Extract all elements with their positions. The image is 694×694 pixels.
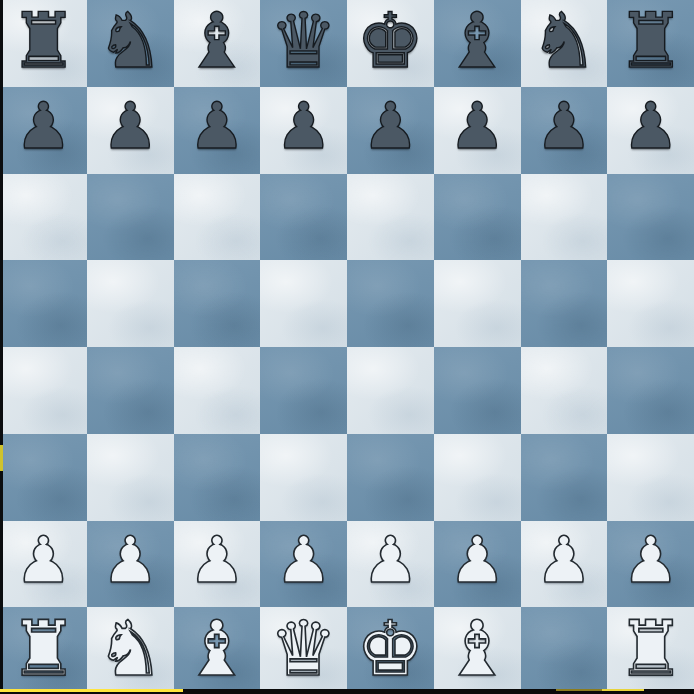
square-b6[interactable]	[87, 174, 174, 261]
screen-edge-artifact-bottom-yellow-left	[0, 689, 183, 692]
square-d3[interactable]	[260, 434, 347, 521]
white-pawn[interactable]: ♟	[622, 528, 679, 592]
square-a4[interactable]	[0, 347, 87, 434]
square-g1[interactable]	[521, 607, 608, 694]
square-d6[interactable]	[260, 174, 347, 261]
square-h4[interactable]	[607, 347, 694, 434]
square-f7[interactable]: ♟	[434, 87, 521, 174]
square-b7[interactable]: ♟	[87, 87, 174, 174]
square-f2[interactable]: ♟	[434, 521, 521, 608]
square-f1[interactable]: ♝	[434, 607, 521, 694]
white-pawn[interactable]: ♟	[275, 528, 332, 592]
black-rook[interactable]: ♜	[617, 3, 685, 79]
white-queen[interactable]: ♛	[270, 611, 338, 687]
square-h8[interactable]: ♜	[607, 0, 694, 87]
black-pawn[interactable]: ♟	[448, 94, 505, 158]
square-e7[interactable]: ♟	[347, 87, 434, 174]
screen-edge-artifact-bottom-yellow-dim	[556, 689, 602, 691]
square-e6[interactable]	[347, 174, 434, 261]
square-d1[interactable]: ♛	[260, 607, 347, 694]
square-f3[interactable]	[434, 434, 521, 521]
square-b5[interactable]	[87, 260, 174, 347]
square-h7[interactable]: ♟	[607, 87, 694, 174]
square-c8[interactable]: ♝	[174, 0, 261, 87]
square-e3[interactable]	[347, 434, 434, 521]
black-pawn[interactable]: ♟	[101, 94, 158, 158]
white-pawn[interactable]: ♟	[188, 528, 245, 592]
square-h6[interactable]	[607, 174, 694, 261]
square-g3[interactable]	[521, 434, 608, 521]
square-g5[interactable]	[521, 260, 608, 347]
square-a8[interactable]: ♜	[0, 0, 87, 87]
white-bishop[interactable]: ♝	[183, 611, 251, 687]
square-h1[interactable]: ♜	[607, 607, 694, 694]
square-b1[interactable]: ♞	[87, 607, 174, 694]
square-a7[interactable]: ♟	[0, 87, 87, 174]
square-e4[interactable]	[347, 347, 434, 434]
black-pawn[interactable]: ♟	[275, 94, 332, 158]
square-g2[interactable]: ♟	[521, 521, 608, 608]
white-pawn[interactable]: ♟	[448, 528, 505, 592]
square-b3[interactable]	[87, 434, 174, 521]
white-knight[interactable]: ♞	[96, 611, 164, 687]
black-pawn[interactable]: ♟	[622, 94, 679, 158]
square-a1[interactable]: ♜	[0, 607, 87, 694]
square-a6[interactable]	[0, 174, 87, 261]
square-g6[interactable]	[521, 174, 608, 261]
square-a5[interactable]	[0, 260, 87, 347]
square-f4[interactable]	[434, 347, 521, 434]
square-b2[interactable]: ♟	[87, 521, 174, 608]
square-g7[interactable]: ♟	[521, 87, 608, 174]
square-a2[interactable]: ♟	[0, 521, 87, 608]
black-knight[interactable]: ♞	[530, 3, 598, 79]
black-bishop[interactable]: ♝	[183, 3, 251, 79]
black-pawn[interactable]: ♟	[15, 94, 72, 158]
square-e8[interactable]: ♚	[347, 0, 434, 87]
black-queen[interactable]: ♛	[270, 3, 338, 79]
square-c6[interactable]	[174, 174, 261, 261]
square-f6[interactable]	[434, 174, 521, 261]
square-e2[interactable]: ♟	[347, 521, 434, 608]
square-h5[interactable]	[607, 260, 694, 347]
screen-edge-artifact-bottom-yellow-mid	[602, 689, 644, 691]
square-c7[interactable]: ♟	[174, 87, 261, 174]
square-e1[interactable]: ♚	[347, 607, 434, 694]
white-rook[interactable]: ♜	[9, 611, 77, 687]
black-rook[interactable]: ♜	[9, 3, 77, 79]
square-c2[interactable]: ♟	[174, 521, 261, 608]
black-pawn[interactable]: ♟	[362, 94, 419, 158]
square-c1[interactable]: ♝	[174, 607, 261, 694]
black-pawn[interactable]: ♟	[188, 94, 245, 158]
white-pawn[interactable]: ♟	[362, 528, 419, 592]
square-c3[interactable]	[174, 434, 261, 521]
black-knight[interactable]: ♞	[96, 3, 164, 79]
screen-edge-artifact-left-yellow	[0, 445, 3, 471]
square-d5[interactable]	[260, 260, 347, 347]
square-d8[interactable]: ♛	[260, 0, 347, 87]
square-c4[interactable]	[174, 347, 261, 434]
square-f8[interactable]: ♝	[434, 0, 521, 87]
square-a3[interactable]	[0, 434, 87, 521]
square-b8[interactable]: ♞	[87, 0, 174, 87]
screen-edge-artifact-left	[0, 0, 3, 694]
square-d4[interactable]	[260, 347, 347, 434]
white-pawn[interactable]: ♟	[15, 528, 72, 592]
white-king[interactable]: ♚	[356, 611, 424, 687]
square-c5[interactable]	[174, 260, 261, 347]
square-d2[interactable]: ♟	[260, 521, 347, 608]
white-pawn[interactable]: ♟	[101, 528, 158, 592]
square-h3[interactable]	[607, 434, 694, 521]
white-pawn[interactable]: ♟	[535, 528, 592, 592]
black-pawn[interactable]: ♟	[535, 94, 592, 158]
square-e5[interactable]	[347, 260, 434, 347]
square-f5[interactable]	[434, 260, 521, 347]
white-bishop[interactable]: ♝	[443, 611, 511, 687]
black-bishop[interactable]: ♝	[443, 3, 511, 79]
square-g8[interactable]: ♞	[521, 0, 608, 87]
square-b4[interactable]	[87, 347, 174, 434]
square-d7[interactable]: ♟	[260, 87, 347, 174]
square-g4[interactable]	[521, 347, 608, 434]
chess-board: ♜♞♝♛♚♝♞♜♟♟♟♟♟♟♟♟♟♟♟♟♟♟♟♟♜♞♝♛♚♝♜	[0, 0, 694, 694]
white-rook[interactable]: ♜	[617, 611, 685, 687]
chess-board-window: ♜♞♝♛♚♝♞♜♟♟♟♟♟♟♟♟♟♟♟♟♟♟♟♟♜♞♝♛♚♝♜	[0, 0, 694, 694]
square-h2[interactable]: ♟	[607, 521, 694, 608]
black-king[interactable]: ♚	[356, 3, 424, 79]
